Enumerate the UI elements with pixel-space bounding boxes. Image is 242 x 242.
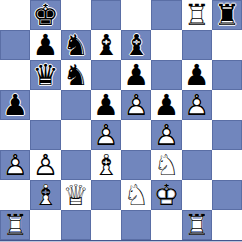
- black-king[interactable]: ♚: [30, 0, 60, 30]
- black-pawn[interactable]: ♟: [91, 90, 121, 120]
- square-h1[interactable]: [212, 210, 242, 240]
- square-c1[interactable]: [61, 210, 91, 240]
- white-knight[interactable]: ♞♘: [151, 150, 181, 180]
- square-e7[interactable]: ♝: [121, 30, 151, 60]
- white-rook[interactable]: ♜♖: [182, 210, 212, 240]
- square-a5[interactable]: ♟: [0, 90, 30, 120]
- square-e1[interactable]: [121, 210, 151, 240]
- square-a1[interactable]: ♜♖: [0, 210, 30, 240]
- square-e8[interactable]: [121, 0, 151, 30]
- square-g8[interactable]: ♜♖: [182, 0, 212, 30]
- square-f5[interactable]: ♟: [151, 90, 181, 120]
- white-knight-fill-glyph: ♞: [151, 150, 181, 180]
- white-bishop-outline-glyph: ♗: [91, 150, 121, 180]
- white-rook-fill-glyph: ♜: [182, 210, 212, 240]
- white-pawn-fill-glyph: ♟: [121, 90, 151, 120]
- black-pawn-glyph: ♟: [0, 90, 30, 120]
- square-a8[interactable]: [0, 0, 30, 30]
- white-pawn[interactable]: ♟♙: [151, 120, 181, 150]
- white-pawn-outline-glyph: ♙: [30, 150, 60, 180]
- black-pawn-glyph: ♟: [182, 60, 212, 90]
- black-pawn[interactable]: ♟: [121, 60, 151, 90]
- square-c7[interactable]: ♞: [61, 30, 91, 60]
- black-knight-glyph: ♞: [61, 30, 91, 60]
- square-g6[interactable]: ♟: [182, 60, 212, 90]
- square-c5[interactable]: [61, 90, 91, 120]
- square-a4[interactable]: [0, 120, 30, 150]
- square-d3[interactable]: ♝♗: [91, 150, 121, 180]
- white-pawn-fill-glyph: ♟: [151, 120, 181, 150]
- square-f8[interactable]: [151, 0, 181, 30]
- square-b5[interactable]: [30, 90, 60, 120]
- square-c6[interactable]: ♞: [61, 60, 91, 90]
- square-e6[interactable]: ♟: [121, 60, 151, 90]
- black-bishop-glyph: ♝: [91, 30, 121, 60]
- square-e4[interactable]: [121, 120, 151, 150]
- white-king[interactable]: ♚♔: [151, 180, 181, 210]
- black-pawn[interactable]: ♟: [151, 90, 181, 120]
- white-pawn[interactable]: ♟♙: [0, 150, 30, 180]
- chess-board: ♚♜♖♜♟♞♝♝♛♞♟♟♟♟♟♙♟♟♙♟♙♟♙♟♙♟♙♝♗♞♘♝♗♛♕♞♘♚♔♜…: [0, 0, 242, 240]
- black-knight[interactable]: ♞: [61, 30, 91, 60]
- square-a6[interactable]: [0, 60, 30, 90]
- square-b6[interactable]: ♛: [30, 60, 60, 90]
- black-knight-glyph: ♞: [61, 60, 91, 90]
- square-g4[interactable]: [182, 120, 212, 150]
- black-king-glyph: ♚: [30, 0, 60, 30]
- white-knight-outline-glyph: ♘: [121, 180, 151, 210]
- square-h5[interactable]: [212, 90, 242, 120]
- square-c8[interactable]: [61, 0, 91, 30]
- square-e5[interactable]: ♟♙: [121, 90, 151, 120]
- chess-board-screenshot: ♚♜♖♜♟♞♝♝♛♞♟♟♟♟♟♙♟♟♙♟♙♟♙♟♙♟♙♝♗♞♘♝♗♛♕♞♘♚♔♜…: [0, 0, 242, 242]
- black-queen-glyph: ♛: [30, 60, 60, 90]
- white-pawn[interactable]: ♟♙: [91, 120, 121, 150]
- square-b3[interactable]: ♟♙: [30, 150, 60, 180]
- black-pawn-glyph: ♟: [151, 90, 181, 120]
- square-f6[interactable]: [151, 60, 181, 90]
- black-pawn-glyph: ♟: [121, 60, 151, 90]
- square-d4[interactable]: ♟♙: [91, 120, 121, 150]
- white-pawn[interactable]: ♟♙: [182, 90, 212, 120]
- square-g7[interactable]: [182, 30, 212, 60]
- square-d8[interactable]: [91, 0, 121, 30]
- square-d5[interactable]: ♟: [91, 90, 121, 120]
- square-c3[interactable]: [61, 150, 91, 180]
- white-queen-fill-glyph: ♛: [61, 180, 91, 210]
- square-d6[interactable]: [91, 60, 121, 90]
- square-h3[interactable]: [212, 150, 242, 180]
- white-bishop-fill-glyph: ♝: [91, 150, 121, 180]
- black-rook-glyph: ♜: [212, 0, 242, 30]
- white-rook-fill-glyph: ♜: [182, 0, 212, 30]
- square-b8[interactable]: ♚: [30, 0, 60, 30]
- square-g1[interactable]: ♜♖: [182, 210, 212, 240]
- square-a3[interactable]: ♟♙: [0, 150, 30, 180]
- square-b4[interactable]: [30, 120, 60, 150]
- white-pawn-fill-glyph: ♟: [182, 90, 212, 120]
- white-bishop-fill-glyph: ♝: [30, 180, 60, 210]
- black-pawn-glyph: ♟: [30, 30, 60, 60]
- white-rook-outline-glyph: ♖: [182, 210, 212, 240]
- white-pawn[interactable]: ♟♙: [30, 150, 60, 180]
- white-pawn-fill-glyph: ♟: [30, 150, 60, 180]
- square-f7[interactable]: [151, 30, 181, 60]
- black-pawn-glyph: ♟: [91, 90, 121, 120]
- white-pawn-fill-glyph: ♟: [0, 150, 30, 180]
- white-king-outline-glyph: ♔: [151, 180, 181, 210]
- white-pawn-outline-glyph: ♙: [151, 120, 181, 150]
- square-h4[interactable]: [212, 120, 242, 150]
- square-e3[interactable]: [121, 150, 151, 180]
- black-rook[interactable]: ♜: [212, 0, 242, 30]
- square-h8[interactable]: ♜: [212, 0, 242, 30]
- square-h7[interactable]: [212, 30, 242, 60]
- white-rook[interactable]: ♜♖: [182, 0, 212, 30]
- square-d1[interactable]: [91, 210, 121, 240]
- square-c4[interactable]: [61, 120, 91, 150]
- black-pawn[interactable]: ♟: [182, 60, 212, 90]
- white-knight[interactable]: ♞♘: [121, 180, 151, 210]
- white-king-fill-glyph: ♚: [151, 180, 181, 210]
- white-pawn[interactable]: ♟♙: [121, 90, 151, 120]
- square-f1[interactable]: [151, 210, 181, 240]
- square-a2[interactable]: [0, 180, 30, 210]
- square-b7[interactable]: ♟: [30, 30, 60, 60]
- square-b2[interactable]: ♝♗: [30, 180, 60, 210]
- white-rook-fill-glyph: ♜: [0, 210, 30, 240]
- square-h2[interactable]: [212, 180, 242, 210]
- white-knight-fill-glyph: ♞: [121, 180, 151, 210]
- black-knight[interactable]: ♞: [61, 60, 91, 90]
- white-pawn-outline-glyph: ♙: [121, 90, 151, 120]
- square-e2[interactable]: ♞♘: [121, 180, 151, 210]
- white-queen[interactable]: ♛♕: [61, 180, 91, 210]
- square-g2[interactable]: [182, 180, 212, 210]
- white-queen-outline-glyph: ♕: [61, 180, 91, 210]
- square-f3[interactable]: ♞♘: [151, 150, 181, 180]
- black-pawn[interactable]: ♟: [30, 30, 60, 60]
- white-pawn-outline-glyph: ♙: [0, 150, 30, 180]
- square-f4[interactable]: ♟♙: [151, 120, 181, 150]
- square-a7[interactable]: [0, 30, 30, 60]
- black-bishop-glyph: ♝: [121, 30, 151, 60]
- square-h6[interactable]: [212, 60, 242, 90]
- white-rook-outline-glyph: ♖: [0, 210, 30, 240]
- square-g5[interactable]: ♟♙: [182, 90, 212, 120]
- white-rook-outline-glyph: ♖: [182, 0, 212, 30]
- black-bishop[interactable]: ♝: [121, 30, 151, 60]
- black-bishop[interactable]: ♝: [91, 30, 121, 60]
- white-bishop[interactable]: ♝♗: [30, 180, 60, 210]
- white-knight-outline-glyph: ♘: [151, 150, 181, 180]
- white-pawn-outline-glyph: ♙: [91, 120, 121, 150]
- white-bishop[interactable]: ♝♗: [91, 150, 121, 180]
- square-g3[interactable]: [182, 150, 212, 180]
- square-d2[interactable]: [91, 180, 121, 210]
- square-b1[interactable]: [30, 210, 60, 240]
- white-rook[interactable]: ♜♖: [0, 210, 30, 240]
- black-queen[interactable]: ♛: [30, 60, 60, 90]
- white-pawn-fill-glyph: ♟: [91, 120, 121, 150]
- square-f2[interactable]: ♚♔: [151, 180, 181, 210]
- white-bishop-outline-glyph: ♗: [30, 180, 60, 210]
- black-pawn[interactable]: ♟: [0, 90, 30, 120]
- square-d7[interactable]: ♝: [91, 30, 121, 60]
- square-c2[interactable]: ♛♕: [61, 180, 91, 210]
- white-pawn-outline-glyph: ♙: [182, 90, 212, 120]
